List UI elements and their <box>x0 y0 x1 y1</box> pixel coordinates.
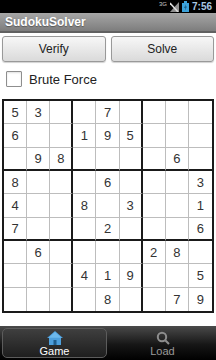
sudoku-cell-r4c8[interactable] <box>166 171 189 194</box>
sudoku-cell-r4c3[interactable] <box>50 171 73 194</box>
status-clock: 7:56 <box>192 0 212 13</box>
sudoku-cell-r9c7[interactable] <box>143 288 166 311</box>
sudoku-cell-r1c3[interactable] <box>50 101 73 124</box>
sudoku-cell-r8c3[interactable] <box>50 264 73 287</box>
sudoku-cell-r5c1[interactable]: 4 <box>4 194 27 217</box>
sudoku-cell-r7c3[interactable] <box>50 241 73 264</box>
sudoku-cell-r5c3[interactable] <box>50 194 73 217</box>
sudoku-cell-r1c4[interactable] <box>73 101 96 124</box>
brute-force-label: Brute Force <box>29 72 97 87</box>
sudoku-cell-r9c3[interactable] <box>50 288 73 311</box>
search-icon <box>156 330 170 345</box>
sudoku-cell-r2c2[interactable] <box>27 124 50 147</box>
sudoku-cell-r7c7[interactable]: 2 <box>143 241 166 264</box>
sudoku-cell-r8c1[interactable] <box>4 264 27 287</box>
sudoku-cell-r1c5[interactable]: 7 <box>96 101 119 124</box>
sudoku-cell-r1c6[interactable] <box>120 101 143 124</box>
sudoku-cell-r9c5[interactable]: 8 <box>96 288 119 311</box>
sudoku-cell-r5c7[interactable] <box>143 194 166 217</box>
tab-load[interactable]: Load <box>111 328 214 358</box>
sudoku-cell-r5c5[interactable] <box>96 194 119 217</box>
sudoku-grid: 537619598686348317266284195879 <box>2 99 214 313</box>
sudoku-cell-r9c8[interactable]: 7 <box>166 288 189 311</box>
sudoku-cell-r1c2[interactable]: 3 <box>27 101 50 124</box>
sudoku-cell-r7c2[interactable]: 6 <box>27 241 50 264</box>
sudoku-cell-r3c1[interactable] <box>4 148 27 171</box>
network-type-label: 3G <box>159 1 167 7</box>
toolbar: Verify Solve <box>0 33 216 62</box>
sudoku-cell-r1c8[interactable] <box>166 101 189 124</box>
sudoku-cell-r5c9[interactable]: 1 <box>189 194 212 217</box>
sudoku-cell-r5c4[interactable]: 8 <box>73 194 96 217</box>
signal-strength-icon <box>170 2 179 12</box>
sudoku-cell-r4c6[interactable] <box>120 171 143 194</box>
sudoku-cell-r6c8[interactable] <box>166 218 189 241</box>
sudoku-cell-r4c4[interactable] <box>73 171 96 194</box>
sudoku-cell-r2c7[interactable] <box>143 124 166 147</box>
sudoku-cell-r8c7[interactable] <box>143 264 166 287</box>
sudoku-cell-r5c6[interactable]: 3 <box>120 194 143 217</box>
sudoku-cell-r3c8[interactable]: 6 <box>166 148 189 171</box>
sudoku-cell-r6c2[interactable] <box>27 218 50 241</box>
sudoku-cell-r2c9[interactable] <box>189 124 212 147</box>
sudoku-cell-r7c1[interactable] <box>4 241 27 264</box>
sudoku-cell-r8c2[interactable] <box>27 264 50 287</box>
sudoku-cell-r3c9[interactable] <box>189 148 212 171</box>
sudoku-cell-r7c8[interactable]: 8 <box>166 241 189 264</box>
sudoku-cell-r8c8[interactable] <box>166 264 189 287</box>
sudoku-cell-r7c4[interactable] <box>73 241 96 264</box>
solve-button[interactable]: Solve <box>111 36 215 62</box>
sudoku-cell-r8c5[interactable]: 1 <box>96 264 119 287</box>
sudoku-cell-r9c1[interactable] <box>4 288 27 311</box>
sudoku-cell-r7c5[interactable] <box>96 241 119 264</box>
sudoku-cell-r6c4[interactable] <box>73 218 96 241</box>
sudoku-cell-r3c4[interactable] <box>73 148 96 171</box>
tab-bar: Game Load <box>0 326 216 360</box>
sudoku-cell-r6c3[interactable] <box>50 218 73 241</box>
sudoku-cell-r1c1[interactable]: 5 <box>4 101 27 124</box>
sudoku-cell-r3c2[interactable]: 9 <box>27 148 50 171</box>
sudoku-cell-r3c5[interactable] <box>96 148 119 171</box>
sudoku-cell-r3c6[interactable] <box>120 148 143 171</box>
sudoku-cell-r4c1[interactable]: 8 <box>4 171 27 194</box>
sudoku-cell-r6c9[interactable]: 6 <box>189 218 212 241</box>
title-bar: SudokuSolver <box>0 13 216 33</box>
sudoku-cell-r8c6[interactable]: 9 <box>120 264 143 287</box>
home-icon <box>47 330 63 345</box>
sudoku-cell-r1c7[interactable] <box>143 101 166 124</box>
sudoku-cell-r5c8[interactable] <box>166 194 189 217</box>
sudoku-cell-r2c1[interactable]: 6 <box>4 124 27 147</box>
sudoku-cell-r8c9[interactable]: 5 <box>189 264 212 287</box>
sudoku-cell-r6c7[interactable] <box>143 218 166 241</box>
sudoku-cell-r5c2[interactable] <box>27 194 50 217</box>
sudoku-cell-r6c6[interactable] <box>120 218 143 241</box>
sudoku-cell-r7c9[interactable] <box>189 241 212 264</box>
tab-game[interactable]: Game <box>2 328 107 358</box>
tab-load-label: Load <box>150 345 174 357</box>
sudoku-cell-r2c4[interactable]: 1 <box>73 124 96 147</box>
sudoku-cell-r6c5[interactable]: 2 <box>96 218 119 241</box>
sudoku-cell-r4c5[interactable]: 6 <box>96 171 119 194</box>
sudoku-cell-r2c8[interactable] <box>166 124 189 147</box>
sudoku-cell-r4c2[interactable] <box>27 171 50 194</box>
sudoku-cell-r2c3[interactable] <box>50 124 73 147</box>
sudoku-cell-r2c5[interactable]: 9 <box>96 124 119 147</box>
sudoku-cell-r7c6[interactable] <box>120 241 143 264</box>
sudoku-cell-r1c9[interactable] <box>189 101 212 124</box>
brute-force-option: Brute Force <box>6 71 216 87</box>
status-bar: 3G 7:56 <box>0 0 216 13</box>
sudoku-cell-r9c4[interactable] <box>73 288 96 311</box>
tab-game-label: Game <box>40 345 70 357</box>
sudoku-cell-r3c7[interactable] <box>143 148 166 171</box>
battery-icon <box>182 1 189 12</box>
sudoku-cell-r9c2[interactable] <box>27 288 50 311</box>
app-screen: 3G 7:56 SudokuSolver Verify Solve Brute … <box>0 0 216 360</box>
brute-force-checkbox[interactable] <box>6 71 22 87</box>
page-title: SudokuSolver <box>5 15 86 29</box>
sudoku-cell-r4c7[interactable] <box>143 171 166 194</box>
sudoku-cell-r8c4[interactable]: 4 <box>73 264 96 287</box>
sudoku-cell-r3c3[interactable]: 8 <box>50 148 73 171</box>
sudoku-cell-r9c6[interactable] <box>120 288 143 311</box>
sudoku-cell-r6c1[interactable]: 7 <box>4 218 27 241</box>
sudoku-cell-r9c9[interactable]: 9 <box>189 288 212 311</box>
sudoku-cell-r2c6[interactable]: 5 <box>120 124 143 147</box>
sudoku-cell-r4c9[interactable]: 3 <box>189 171 212 194</box>
verify-button[interactable]: Verify <box>2 36 106 62</box>
